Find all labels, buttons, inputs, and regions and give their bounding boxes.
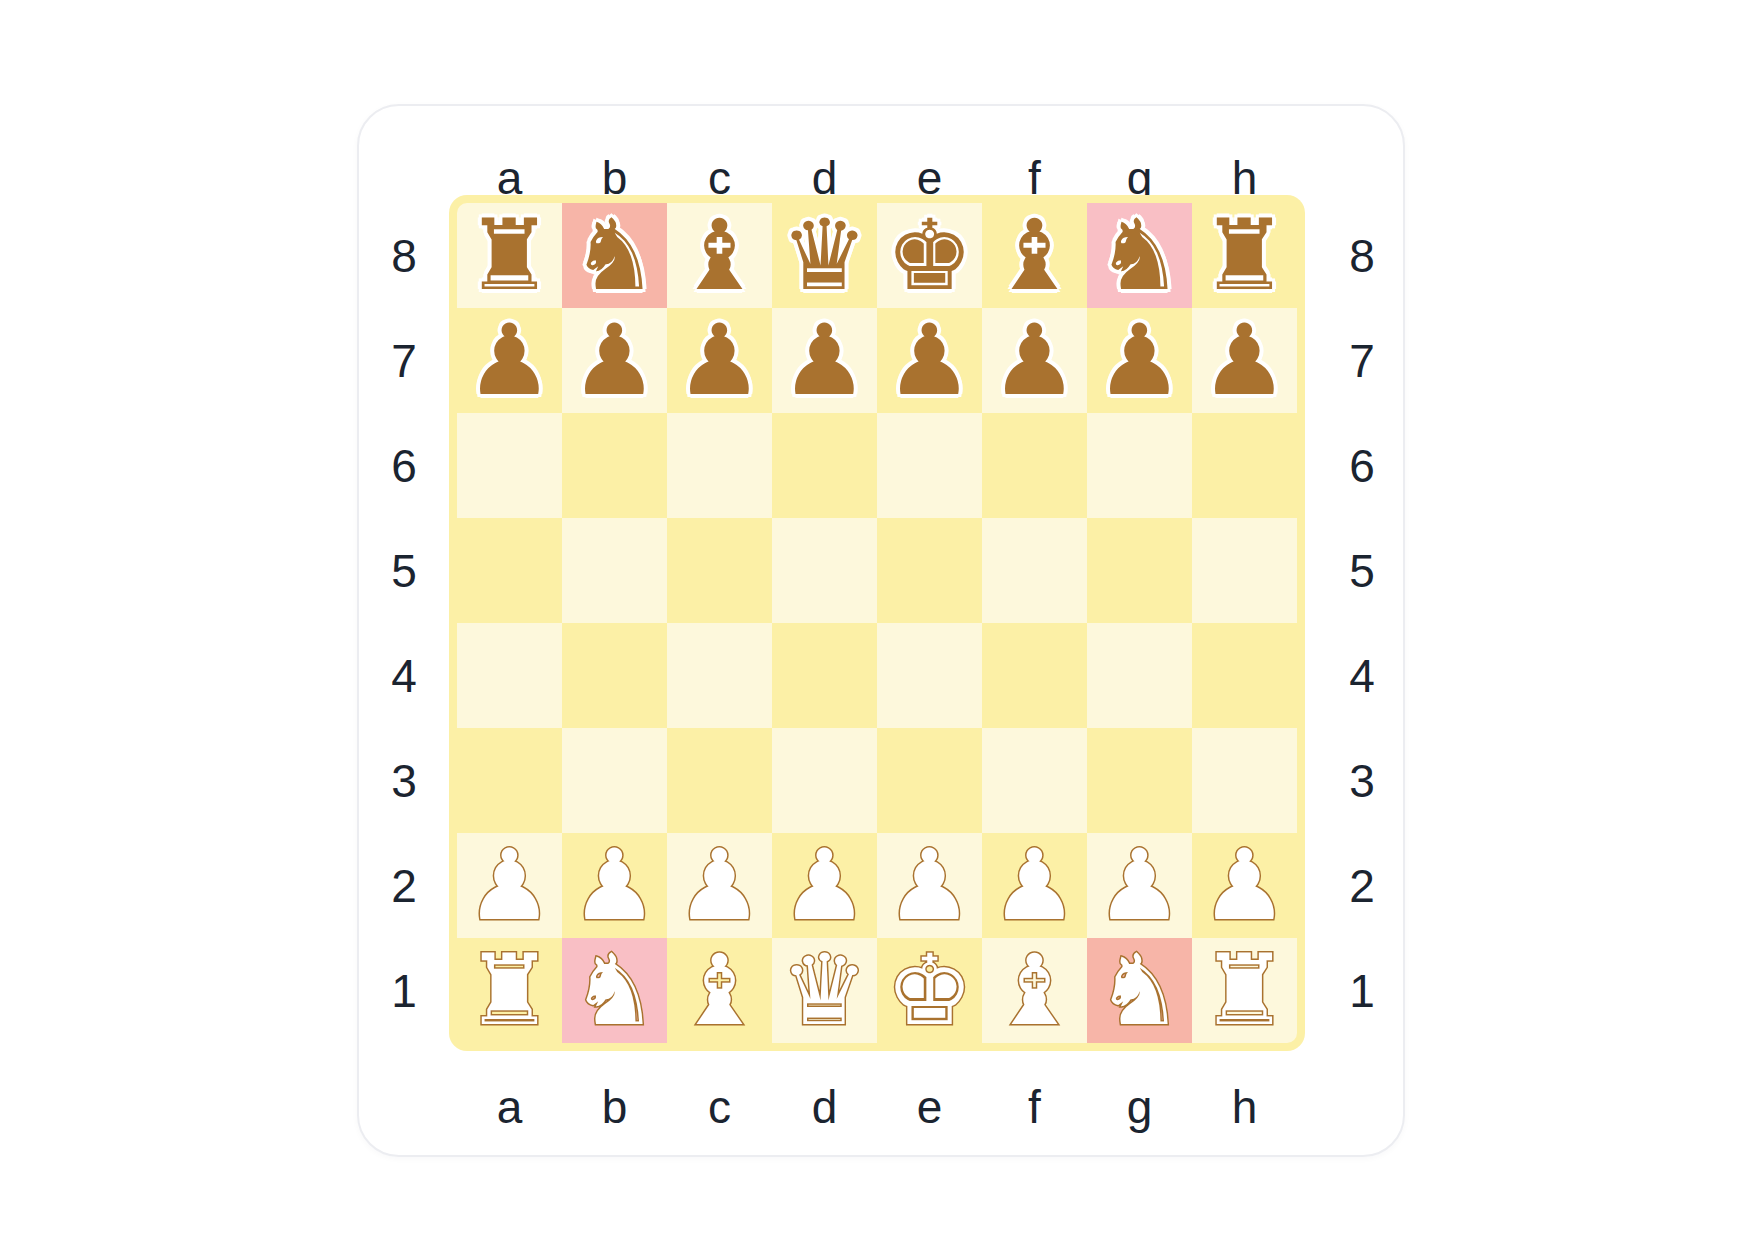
square-e7[interactable]: ♟ <box>877 308 982 413</box>
square-e6[interactable] <box>877 413 982 518</box>
file-label-g: g <box>1087 1081 1192 1133</box>
square-h5[interactable] <box>1192 518 1297 623</box>
square-g5[interactable] <box>1087 518 1192 623</box>
file-label-b: b <box>562 1081 667 1133</box>
piece-black-knight[interactable]: ♞ <box>571 203 659 308</box>
square-d8[interactable]: ♛ <box>772 203 877 308</box>
square-c6[interactable] <box>667 413 772 518</box>
square-b5[interactable] <box>562 518 667 623</box>
square-g3[interactable] <box>1087 728 1192 833</box>
piece-black-queen[interactable]: ♛ <box>781 203 869 308</box>
piece-white-pawn[interactable]: ♟ <box>1096 833 1184 938</box>
square-a1[interactable]: ♜ <box>457 938 562 1043</box>
square-c8[interactable]: ♝ <box>667 203 772 308</box>
rank-labels-right: 87654321 <box>1317 203 1407 1043</box>
square-e8[interactable]: ♚ <box>877 203 982 308</box>
square-h2[interactable]: ♟ <box>1192 833 1297 938</box>
square-g1[interactable]: ♞ <box>1087 938 1192 1043</box>
rank-label-8: 8 <box>359 203 449 308</box>
square-f5[interactable] <box>982 518 1087 623</box>
rank-label-7: 7 <box>1317 308 1407 413</box>
square-c5[interactable] <box>667 518 772 623</box>
rank-label-6: 6 <box>1317 413 1407 518</box>
piece-white-pawn[interactable]: ♟ <box>676 833 764 938</box>
square-d1[interactable]: ♛ <box>772 938 877 1043</box>
square-d2[interactable]: ♟ <box>772 833 877 938</box>
square-f4[interactable] <box>982 623 1087 728</box>
square-a8[interactable]: ♜ <box>457 203 562 308</box>
chess-board-card: abcdefgh 87654321 ♜♞♝♛♚♝♞♜♟♟♟♟♟♟♟♟♟♟♟♟♟♟… <box>357 104 1405 1157</box>
piece-white-pawn[interactable]: ♟ <box>991 833 1079 938</box>
square-h6[interactable] <box>1192 413 1297 518</box>
file-label-c: c <box>667 1081 772 1133</box>
file-labels-bottom: abcdefgh <box>457 1081 1297 1133</box>
square-g2[interactable]: ♟ <box>1087 833 1192 938</box>
file-label-d: d <box>772 1081 877 1133</box>
rank-label-7: 7 <box>359 308 449 413</box>
square-h8[interactable]: ♜ <box>1192 203 1297 308</box>
square-e5[interactable] <box>877 518 982 623</box>
piece-white-rook[interactable]: ♜ <box>1201 938 1289 1043</box>
square-a2[interactable]: ♟ <box>457 833 562 938</box>
square-d6[interactable] <box>772 413 877 518</box>
piece-white-knight[interactable]: ♞ <box>1096 938 1184 1043</box>
rank-label-2: 2 <box>359 833 449 938</box>
square-h1[interactable]: ♜ <box>1192 938 1297 1043</box>
piece-white-bishop[interactable]: ♝ <box>676 938 764 1043</box>
square-d7[interactable]: ♟ <box>772 308 877 413</box>
square-a3[interactable] <box>457 728 562 833</box>
rank-label-4: 4 <box>1317 623 1407 728</box>
piece-white-pawn[interactable]: ♟ <box>1201 833 1289 938</box>
square-b6[interactable] <box>562 413 667 518</box>
rank-label-5: 5 <box>359 518 449 623</box>
square-a4[interactable] <box>457 623 562 728</box>
square-b4[interactable] <box>562 623 667 728</box>
piece-black-pawn[interactable]: ♟ <box>571 308 659 413</box>
board-frame: ♜♞♝♛♚♝♞♜♟♟♟♟♟♟♟♟♟♟♟♟♟♟♟♟♜♞♝♛♚♝♞♜ <box>449 195 1305 1051</box>
piece-black-pawn[interactable]: ♟ <box>1096 308 1184 413</box>
square-d5[interactable] <box>772 518 877 623</box>
square-a5[interactable] <box>457 518 562 623</box>
square-b3[interactable] <box>562 728 667 833</box>
piece-white-pawn[interactable]: ♟ <box>571 833 659 938</box>
piece-white-king[interactable]: ♚ <box>886 938 974 1043</box>
rank-label-3: 3 <box>1317 728 1407 833</box>
square-h7[interactable]: ♟ <box>1192 308 1297 413</box>
piece-black-rook[interactable]: ♜ <box>1201 203 1289 308</box>
piece-black-bishop[interactable]: ♝ <box>991 203 1079 308</box>
rank-label-4: 4 <box>359 623 449 728</box>
piece-white-rook[interactable]: ♜ <box>466 938 554 1043</box>
rank-label-1: 1 <box>1317 938 1407 1043</box>
rank-labels-left: 87654321 <box>359 203 449 1043</box>
square-e2[interactable]: ♟ <box>877 833 982 938</box>
piece-black-bishop[interactable]: ♝ <box>676 203 764 308</box>
square-f8[interactable]: ♝ <box>982 203 1087 308</box>
file-label-a: a <box>457 1081 562 1133</box>
square-b1[interactable]: ♞ <box>562 938 667 1043</box>
piece-black-rook[interactable]: ♜ <box>466 203 554 308</box>
piece-white-pawn[interactable]: ♟ <box>466 833 554 938</box>
square-c2[interactable]: ♟ <box>667 833 772 938</box>
square-g7[interactable]: ♟ <box>1087 308 1192 413</box>
piece-black-pawn[interactable]: ♟ <box>781 308 869 413</box>
square-h3[interactable] <box>1192 728 1297 833</box>
piece-white-queen[interactable]: ♛ <box>781 938 869 1043</box>
rank-label-3: 3 <box>359 728 449 833</box>
file-label-f: f <box>982 1081 1087 1133</box>
rank-label-1: 1 <box>359 938 449 1043</box>
square-e4[interactable] <box>877 623 982 728</box>
square-a6[interactable] <box>457 413 562 518</box>
square-c4[interactable] <box>667 623 772 728</box>
file-label-e: e <box>877 1081 982 1133</box>
square-b7[interactable]: ♟ <box>562 308 667 413</box>
piece-white-bishop[interactable]: ♝ <box>991 938 1079 1043</box>
piece-black-pawn[interactable]: ♟ <box>886 308 974 413</box>
square-f2[interactable]: ♟ <box>982 833 1087 938</box>
piece-white-pawn[interactable]: ♟ <box>886 833 974 938</box>
square-c7[interactable]: ♟ <box>667 308 772 413</box>
square-a7[interactable]: ♟ <box>457 308 562 413</box>
square-b2[interactable]: ♟ <box>562 833 667 938</box>
square-f1[interactable]: ♝ <box>982 938 1087 1043</box>
square-h4[interactable] <box>1192 623 1297 728</box>
chess-board: ♜♞♝♛♚♝♞♜♟♟♟♟♟♟♟♟♟♟♟♟♟♟♟♟♜♞♝♛♚♝♞♜ <box>457 203 1297 1043</box>
rank-label-5: 5 <box>1317 518 1407 623</box>
rank-label-8: 8 <box>1317 203 1407 308</box>
square-e1[interactable]: ♚ <box>877 938 982 1043</box>
piece-black-pawn[interactable]: ♟ <box>991 308 1079 413</box>
square-c3[interactable] <box>667 728 772 833</box>
square-f7[interactable]: ♟ <box>982 308 1087 413</box>
piece-white-pawn[interactable]: ♟ <box>781 833 869 938</box>
square-e3[interactable] <box>877 728 982 833</box>
square-g6[interactable] <box>1087 413 1192 518</box>
rank-label-2: 2 <box>1317 833 1407 938</box>
file-label-h: h <box>1192 1081 1297 1133</box>
square-d3[interactable] <box>772 728 877 833</box>
piece-black-king[interactable]: ♚ <box>886 203 974 308</box>
piece-white-knight[interactable]: ♞ <box>571 938 659 1043</box>
piece-black-pawn[interactable]: ♟ <box>676 308 764 413</box>
piece-black-knight[interactable]: ♞ <box>1096 203 1184 308</box>
square-g8[interactable]: ♞ <box>1087 203 1192 308</box>
piece-black-pawn[interactable]: ♟ <box>1201 308 1289 413</box>
rank-label-6: 6 <box>359 413 449 518</box>
square-c1[interactable]: ♝ <box>667 938 772 1043</box>
square-d4[interactable] <box>772 623 877 728</box>
square-g4[interactable] <box>1087 623 1192 728</box>
square-b8[interactable]: ♞ <box>562 203 667 308</box>
square-f6[interactable] <box>982 413 1087 518</box>
square-f3[interactable] <box>982 728 1087 833</box>
piece-black-pawn[interactable]: ♟ <box>466 308 554 413</box>
